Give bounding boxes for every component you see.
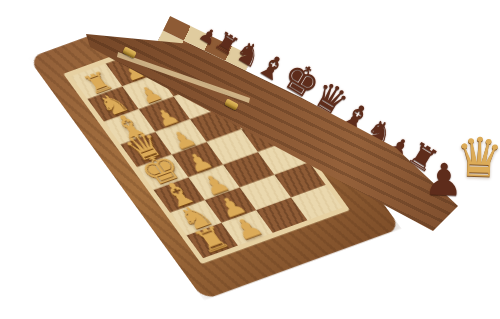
loose-white-queen: ♛ (454, 130, 500, 186)
chess-set-product-photo: ♜♞♝♛♚♝♞♜♟♟♟♟♟♟♟♟ ♟♜♞♝♚♛♝♞♟♜ ♟ ♛ (0, 0, 500, 319)
piece-white-pawn: ♟ (228, 213, 269, 245)
